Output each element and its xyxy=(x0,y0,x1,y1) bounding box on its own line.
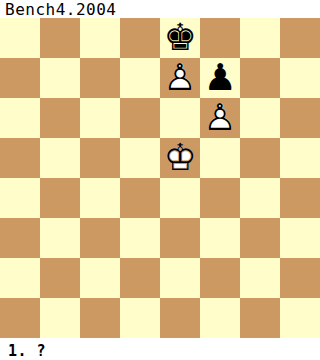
square-a6[interactable] xyxy=(0,98,40,138)
square-c2[interactable] xyxy=(80,258,120,298)
square-h1[interactable] xyxy=(280,298,320,338)
square-b2[interactable] xyxy=(40,258,80,298)
square-a1[interactable] xyxy=(0,298,40,338)
square-h3[interactable] xyxy=(280,218,320,258)
square-h7[interactable] xyxy=(280,58,320,98)
square-g5[interactable] xyxy=(240,138,280,178)
square-d3[interactable] xyxy=(120,218,160,258)
square-e7[interactable]: ♟♙ xyxy=(160,58,200,98)
square-g6[interactable] xyxy=(240,98,280,138)
white-king[interactable]: ♚♔ xyxy=(160,138,200,178)
black-pawn-glyph: ♟ xyxy=(200,58,240,98)
black-king-glyph: ♚ xyxy=(160,18,200,58)
square-f3[interactable] xyxy=(200,218,240,258)
move-prompt: 1. ? xyxy=(0,338,320,360)
square-a4[interactable] xyxy=(0,178,40,218)
white-pawn[interactable]: ♟♙ xyxy=(200,98,240,138)
black-pawn[interactable]: ♟ xyxy=(200,58,240,98)
square-c4[interactable] xyxy=(80,178,120,218)
square-b4[interactable] xyxy=(40,178,80,218)
white-pawn[interactable]: ♟♙ xyxy=(160,58,200,98)
square-f5[interactable] xyxy=(200,138,240,178)
square-c7[interactable] xyxy=(80,58,120,98)
square-g7[interactable] xyxy=(240,58,280,98)
square-g8[interactable] xyxy=(240,18,280,58)
square-d1[interactable] xyxy=(120,298,160,338)
white-pawn-outline: ♙ xyxy=(160,58,200,98)
square-c3[interactable] xyxy=(80,218,120,258)
white-king-outline: ♔ xyxy=(160,138,200,178)
square-d5[interactable] xyxy=(120,138,160,178)
square-e4[interactable] xyxy=(160,178,200,218)
square-e8[interactable]: ♚ xyxy=(160,18,200,58)
square-a8[interactable] xyxy=(0,18,40,58)
square-a2[interactable] xyxy=(0,258,40,298)
square-c1[interactable] xyxy=(80,298,120,338)
chess-board: ♚♟♙♟♟♙♚♔ xyxy=(0,18,320,338)
square-c6[interactable] xyxy=(80,98,120,138)
square-e2[interactable] xyxy=(160,258,200,298)
square-f8[interactable] xyxy=(200,18,240,58)
square-f1[interactable] xyxy=(200,298,240,338)
square-b1[interactable] xyxy=(40,298,80,338)
square-a7[interactable] xyxy=(0,58,40,98)
square-f6[interactable]: ♟♙ xyxy=(200,98,240,138)
square-g2[interactable] xyxy=(240,258,280,298)
square-h4[interactable] xyxy=(280,178,320,218)
square-g3[interactable] xyxy=(240,218,280,258)
square-d8[interactable] xyxy=(120,18,160,58)
black-king[interactable]: ♚ xyxy=(160,18,200,58)
square-d2[interactable] xyxy=(120,258,160,298)
square-h6[interactable] xyxy=(280,98,320,138)
square-g1[interactable] xyxy=(240,298,280,338)
square-d6[interactable] xyxy=(120,98,160,138)
square-f2[interactable] xyxy=(200,258,240,298)
square-b6[interactable] xyxy=(40,98,80,138)
square-e5[interactable]: ♚♔ xyxy=(160,138,200,178)
white-pawn-outline: ♙ xyxy=(200,98,240,138)
square-a5[interactable] xyxy=(0,138,40,178)
square-c5[interactable] xyxy=(80,138,120,178)
square-f4[interactable] xyxy=(200,178,240,218)
square-e3[interactable] xyxy=(160,218,200,258)
square-f7[interactable]: ♟ xyxy=(200,58,240,98)
square-b5[interactable] xyxy=(40,138,80,178)
square-d7[interactable] xyxy=(120,58,160,98)
chess-diagram: Bench4.2004 ♚♟♙♟♟♙♚♔ 1. ? xyxy=(0,0,320,360)
square-b3[interactable] xyxy=(40,218,80,258)
diagram-title: Bench4.2004 xyxy=(0,0,320,18)
square-h2[interactable] xyxy=(280,258,320,298)
square-c8[interactable] xyxy=(80,18,120,58)
square-h5[interactable] xyxy=(280,138,320,178)
square-e6[interactable] xyxy=(160,98,200,138)
square-e1[interactable] xyxy=(160,298,200,338)
square-b8[interactable] xyxy=(40,18,80,58)
square-a3[interactable] xyxy=(0,218,40,258)
square-g4[interactable] xyxy=(240,178,280,218)
square-b7[interactable] xyxy=(40,58,80,98)
square-d4[interactable] xyxy=(120,178,160,218)
square-h8[interactable] xyxy=(280,18,320,58)
